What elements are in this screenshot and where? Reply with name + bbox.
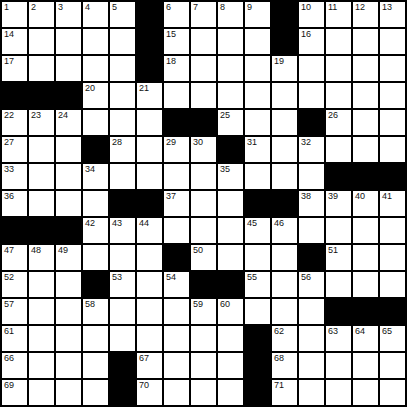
clue-number-44: 44 bbox=[139, 218, 149, 229]
clue-number-40: 40 bbox=[355, 191, 365, 202]
white-cell-r12-c10[interactable]: 62 bbox=[272, 326, 297, 351]
black-cell-r6-c14 bbox=[380, 164, 405, 189]
black-cell-r4-c7 bbox=[191, 110, 216, 135]
black-cell-r10-c7 bbox=[191, 272, 216, 297]
white-cell-r12-c12[interactable]: 63 bbox=[326, 326, 351, 351]
white-cell-r5-c10[interactable] bbox=[272, 137, 297, 162]
black-cell-r4-c11 bbox=[299, 110, 324, 135]
white-cell-r3-c13[interactable] bbox=[353, 83, 378, 108]
white-cell-r14-c2[interactable] bbox=[56, 380, 81, 405]
clue-number-69: 69 bbox=[4, 380, 14, 391]
white-cell-r8-c3[interactable]: 42 bbox=[83, 218, 108, 243]
white-cell-r13-c2[interactable] bbox=[56, 353, 81, 378]
white-cell-r1-c9[interactable] bbox=[245, 29, 270, 54]
clue-number-33: 33 bbox=[4, 164, 14, 175]
white-cell-r3-c8[interactable] bbox=[218, 83, 243, 108]
white-cell-r0-c7[interactable]: 7 bbox=[191, 2, 216, 27]
black-cell-r11-c12 bbox=[326, 299, 351, 324]
white-cell-r9-c2[interactable]: 49 bbox=[56, 245, 81, 270]
white-cell-r2-c2[interactable] bbox=[56, 56, 81, 81]
white-cell-r13-c14[interactable] bbox=[380, 353, 405, 378]
clue-number-7: 7 bbox=[193, 2, 198, 13]
white-cell-r11-c3[interactable]: 58 bbox=[83, 299, 108, 324]
white-cell-r4-c3[interactable] bbox=[83, 110, 108, 135]
clue-number-55: 55 bbox=[247, 272, 257, 283]
white-cell-r11-c7[interactable]: 59 bbox=[191, 299, 216, 324]
black-cell-r13-c9 bbox=[245, 353, 270, 378]
white-cell-r2-c11[interactable] bbox=[299, 56, 324, 81]
clue-number-31: 31 bbox=[247, 137, 257, 148]
clue-number-53: 53 bbox=[112, 272, 122, 283]
black-cell-r11-c14 bbox=[380, 299, 405, 324]
black-cell-r5-c3 bbox=[83, 137, 108, 162]
white-cell-r3-c10[interactable] bbox=[272, 83, 297, 108]
clue-number-27: 27 bbox=[4, 137, 14, 148]
white-cell-r12-c4[interactable] bbox=[110, 326, 135, 351]
white-cell-r12-c7[interactable] bbox=[191, 326, 216, 351]
white-cell-r14-c1[interactable] bbox=[29, 380, 54, 405]
crossword-puzzle: 1234567891011121314151617181920212223242… bbox=[0, 0, 407, 407]
white-cell-r0-c0[interactable]: 1 bbox=[2, 2, 27, 27]
black-cell-r10-c8 bbox=[218, 272, 243, 297]
white-cell-r13-c13[interactable] bbox=[353, 353, 378, 378]
white-cell-r0-c11[interactable]: 10 bbox=[299, 2, 324, 27]
white-cell-r13-c0[interactable]: 66 bbox=[2, 353, 27, 378]
white-cell-r10-c10[interactable] bbox=[272, 272, 297, 297]
clue-number-5: 5 bbox=[112, 2, 117, 13]
clue-number-61: 61 bbox=[4, 326, 14, 337]
white-cell-r1-c7[interactable] bbox=[191, 29, 216, 54]
white-cell-r5-c6[interactable]: 29 bbox=[164, 137, 189, 162]
white-cell-r14-c3[interactable] bbox=[83, 380, 108, 405]
clue-number-29: 29 bbox=[166, 137, 176, 148]
crossword-board: 1234567891011121314151617181920212223242… bbox=[0, 0, 407, 407]
white-cell-r12-c3[interactable] bbox=[83, 326, 108, 351]
clue-number-38: 38 bbox=[301, 191, 311, 202]
clue-number-43: 43 bbox=[112, 218, 122, 229]
white-cell-r14-c13[interactable] bbox=[353, 380, 378, 405]
black-cell-r1-c5 bbox=[137, 29, 162, 54]
white-cell-r11-c5[interactable] bbox=[137, 299, 162, 324]
white-cell-r0-c13[interactable]: 12 bbox=[353, 2, 378, 27]
white-cell-r1-c6[interactable]: 15 bbox=[164, 29, 189, 54]
white-cell-r5-c9[interactable]: 31 bbox=[245, 137, 270, 162]
white-cell-r3-c14[interactable] bbox=[380, 83, 405, 108]
white-cell-r7-c2[interactable] bbox=[56, 191, 81, 216]
white-cell-r8-c10[interactable]: 46 bbox=[272, 218, 297, 243]
white-cell-r1-c3[interactable] bbox=[83, 29, 108, 54]
black-cell-r7-c9 bbox=[245, 191, 270, 216]
white-cell-r10-c9[interactable]: 55 bbox=[245, 272, 270, 297]
white-cell-r0-c1[interactable]: 2 bbox=[29, 2, 54, 27]
white-cell-r3-c9[interactable] bbox=[245, 83, 270, 108]
white-cell-r6-c8[interactable]: 35 bbox=[218, 164, 243, 189]
clue-number-64: 64 bbox=[355, 326, 365, 337]
black-cell-r6-c12 bbox=[326, 164, 351, 189]
black-cell-r14-c9 bbox=[245, 380, 270, 405]
white-cell-r9-c10[interactable] bbox=[272, 245, 297, 270]
white-cell-r4-c4[interactable] bbox=[110, 110, 135, 135]
clue-number-39: 39 bbox=[328, 191, 338, 202]
white-cell-r6-c6[interactable] bbox=[164, 164, 189, 189]
clue-number-42: 42 bbox=[85, 218, 95, 229]
white-cell-r12-c2[interactable] bbox=[56, 326, 81, 351]
white-cell-r14-c8[interactable] bbox=[218, 380, 243, 405]
white-cell-r7-c0[interactable]: 36 bbox=[2, 191, 27, 216]
clue-number-19: 19 bbox=[274, 56, 284, 67]
white-cell-r7-c6[interactable]: 37 bbox=[164, 191, 189, 216]
white-cell-r4-c10[interactable] bbox=[272, 110, 297, 135]
white-cell-r0-c12[interactable]: 11 bbox=[326, 2, 351, 27]
white-cell-r11-c2[interactable] bbox=[56, 299, 81, 324]
white-cell-r2-c14[interactable] bbox=[380, 56, 405, 81]
white-cell-r9-c13[interactable] bbox=[353, 245, 378, 270]
black-cell-r12-c9 bbox=[245, 326, 270, 351]
white-cell-r2-c4[interactable] bbox=[110, 56, 135, 81]
black-cell-r4-c6 bbox=[164, 110, 189, 135]
white-cell-r4-c2[interactable]: 24 bbox=[56, 110, 81, 135]
black-cell-r7-c5 bbox=[137, 191, 162, 216]
clue-number-67: 67 bbox=[139, 353, 149, 364]
white-cell-r2-c7[interactable] bbox=[191, 56, 216, 81]
clue-number-12: 12 bbox=[355, 2, 365, 13]
white-cell-r2-c6[interactable]: 18 bbox=[164, 56, 189, 81]
white-cell-r1-c11[interactable]: 16 bbox=[299, 29, 324, 54]
white-cell-r14-c0[interactable]: 69 bbox=[2, 380, 27, 405]
white-cell-r3-c3[interactable]: 20 bbox=[83, 83, 108, 108]
clue-number-22: 22 bbox=[4, 110, 14, 121]
clue-number-24: 24 bbox=[58, 110, 68, 121]
white-cell-r9-c1[interactable]: 48 bbox=[29, 245, 54, 270]
white-cell-r14-c14[interactable] bbox=[380, 380, 405, 405]
white-cell-r12-c13[interactable]: 64 bbox=[353, 326, 378, 351]
white-cell-r12-c14[interactable]: 65 bbox=[380, 326, 405, 351]
black-cell-r8-c1 bbox=[29, 218, 54, 243]
clue-number-52: 52 bbox=[4, 272, 14, 283]
white-cell-r5-c11[interactable]: 32 bbox=[299, 137, 324, 162]
white-cell-r9-c3[interactable] bbox=[83, 245, 108, 270]
white-cell-r1-c8[interactable] bbox=[218, 29, 243, 54]
white-cell-r7-c1[interactable] bbox=[29, 191, 54, 216]
clue-number-37: 37 bbox=[166, 191, 176, 202]
white-cell-r5-c13[interactable] bbox=[353, 137, 378, 162]
white-cell-r8-c6[interactable] bbox=[164, 218, 189, 243]
white-cell-r13-c8[interactable] bbox=[218, 353, 243, 378]
white-cell-r0-c2[interactable]: 3 bbox=[56, 2, 81, 27]
black-cell-r0-c5 bbox=[137, 2, 162, 27]
clue-number-16: 16 bbox=[301, 29, 311, 40]
white-cell-r1-c13[interactable] bbox=[353, 29, 378, 54]
white-cell-r2-c8[interactable] bbox=[218, 56, 243, 81]
white-cell-r10-c2[interactable] bbox=[56, 272, 81, 297]
white-cell-r10-c0[interactable]: 52 bbox=[2, 272, 27, 297]
white-cell-r8-c14[interactable] bbox=[380, 218, 405, 243]
black-cell-r8-c2 bbox=[56, 218, 81, 243]
white-cell-r5-c0[interactable]: 27 bbox=[2, 137, 27, 162]
white-cell-r9-c7[interactable]: 50 bbox=[191, 245, 216, 270]
white-cell-r7-c11[interactable]: 38 bbox=[299, 191, 324, 216]
white-cell-r8-c11[interactable] bbox=[299, 218, 324, 243]
white-cell-r0-c14[interactable]: 13 bbox=[380, 2, 405, 27]
white-cell-r2-c12[interactable] bbox=[326, 56, 351, 81]
white-cell-r2-c1[interactable] bbox=[29, 56, 54, 81]
clue-number-10: 10 bbox=[301, 2, 311, 13]
white-cell-r1-c0[interactable]: 14 bbox=[2, 29, 27, 54]
white-cell-r12-c6[interactable] bbox=[164, 326, 189, 351]
white-cell-r6-c11[interactable] bbox=[299, 164, 324, 189]
white-cell-r6-c7[interactable] bbox=[191, 164, 216, 189]
clue-number-6: 6 bbox=[166, 2, 171, 13]
clue-number-15: 15 bbox=[166, 29, 176, 40]
white-cell-r8-c4[interactable]: 43 bbox=[110, 218, 135, 243]
black-cell-r0-c10 bbox=[272, 2, 297, 27]
clue-number-45: 45 bbox=[247, 218, 257, 229]
white-cell-r8-c8[interactable] bbox=[218, 218, 243, 243]
clue-number-18: 18 bbox=[166, 56, 176, 67]
white-cell-r13-c12[interactable] bbox=[326, 353, 351, 378]
white-cell-r10-c14[interactable] bbox=[380, 272, 405, 297]
clue-number-28: 28 bbox=[112, 137, 122, 148]
white-cell-r11-c1[interactable] bbox=[29, 299, 54, 324]
white-cell-r10-c12[interactable] bbox=[326, 272, 351, 297]
white-cell-r12-c8[interactable] bbox=[218, 326, 243, 351]
clue-number-25: 25 bbox=[220, 110, 230, 121]
clue-number-17: 17 bbox=[4, 56, 14, 67]
clue-number-3: 3 bbox=[58, 2, 63, 13]
clue-number-50: 50 bbox=[193, 245, 203, 256]
white-cell-r10-c6[interactable]: 54 bbox=[164, 272, 189, 297]
white-cell-r2-c13[interactable] bbox=[353, 56, 378, 81]
white-cell-r5-c7[interactable]: 30 bbox=[191, 137, 216, 162]
white-cell-r14-c11[interactable] bbox=[299, 380, 324, 405]
clue-number-21: 21 bbox=[139, 83, 149, 94]
white-cell-r3-c5[interactable]: 21 bbox=[137, 83, 162, 108]
black-cell-r9-c11 bbox=[299, 245, 324, 270]
clue-number-59: 59 bbox=[193, 299, 203, 310]
clue-number-65: 65 bbox=[382, 326, 392, 337]
black-cell-r5-c8 bbox=[218, 137, 243, 162]
white-cell-r1-c2[interactable] bbox=[56, 29, 81, 54]
white-cell-r2-c9[interactable] bbox=[245, 56, 270, 81]
white-cell-r3-c4[interactable] bbox=[110, 83, 135, 108]
white-cell-r7-c13[interactable]: 40 bbox=[353, 191, 378, 216]
white-cell-r12-c11[interactable] bbox=[299, 326, 324, 351]
clue-number-62: 62 bbox=[274, 326, 284, 337]
white-cell-r9-c0[interactable]: 47 bbox=[2, 245, 27, 270]
white-cell-r9-c5[interactable] bbox=[137, 245, 162, 270]
white-cell-r0-c3[interactable]: 4 bbox=[83, 2, 108, 27]
white-cell-r6-c9[interactable] bbox=[245, 164, 270, 189]
clue-number-20: 20 bbox=[85, 83, 95, 94]
white-cell-r4-c13[interactable] bbox=[353, 110, 378, 135]
white-cell-r10-c11[interactable]: 56 bbox=[299, 272, 324, 297]
clue-number-30: 30 bbox=[193, 137, 203, 148]
white-cell-r10-c4[interactable]: 53 bbox=[110, 272, 135, 297]
clue-number-48: 48 bbox=[31, 245, 41, 256]
white-cell-r5-c4[interactable]: 28 bbox=[110, 137, 135, 162]
clue-number-4: 4 bbox=[85, 2, 90, 13]
white-cell-r9-c14[interactable] bbox=[380, 245, 405, 270]
white-cell-r12-c1[interactable] bbox=[29, 326, 54, 351]
white-cell-r14-c6[interactable] bbox=[164, 380, 189, 405]
clue-number-8: 8 bbox=[220, 2, 225, 13]
clue-number-11: 11 bbox=[328, 2, 337, 13]
clue-number-26: 26 bbox=[328, 110, 338, 121]
black-cell-r7-c4 bbox=[110, 191, 135, 216]
clue-number-57: 57 bbox=[4, 299, 14, 310]
white-cell-r1-c4[interactable] bbox=[110, 29, 135, 54]
white-cell-r8-c13[interactable] bbox=[353, 218, 378, 243]
clue-number-47: 47 bbox=[4, 245, 14, 256]
white-cell-r14-c7[interactable] bbox=[191, 380, 216, 405]
white-cell-r6-c1[interactable] bbox=[29, 164, 54, 189]
white-cell-r8-c5[interactable]: 44 bbox=[137, 218, 162, 243]
white-cell-r4-c14[interactable] bbox=[380, 110, 405, 135]
white-cell-r3-c6[interactable] bbox=[164, 83, 189, 108]
white-cell-r7-c14[interactable]: 41 bbox=[380, 191, 405, 216]
clue-number-34: 34 bbox=[85, 164, 95, 175]
clue-number-41: 41 bbox=[382, 191, 392, 202]
white-cell-r8-c9[interactable]: 45 bbox=[245, 218, 270, 243]
black-cell-r13-c4 bbox=[110, 353, 135, 378]
white-cell-r10-c5[interactable] bbox=[137, 272, 162, 297]
white-cell-r6-c2[interactable] bbox=[56, 164, 81, 189]
white-cell-r4-c5[interactable] bbox=[137, 110, 162, 135]
white-cell-r11-c6[interactable] bbox=[164, 299, 189, 324]
white-cell-r2-c3[interactable] bbox=[83, 56, 108, 81]
white-cell-r14-c10[interactable]: 71 bbox=[272, 380, 297, 405]
white-cell-r13-c5[interactable]: 67 bbox=[137, 353, 162, 378]
clue-number-9: 9 bbox=[247, 2, 252, 13]
clue-number-13: 13 bbox=[382, 2, 392, 13]
black-cell-r7-c10 bbox=[272, 191, 297, 216]
clue-number-51: 51 bbox=[328, 245, 338, 256]
white-cell-r9-c9[interactable] bbox=[245, 245, 270, 270]
white-cell-r10-c1[interactable] bbox=[29, 272, 54, 297]
white-cell-r7-c7[interactable] bbox=[191, 191, 216, 216]
black-cell-r11-c13 bbox=[353, 299, 378, 324]
clue-number-66: 66 bbox=[4, 353, 14, 364]
white-cell-r13-c11[interactable] bbox=[299, 353, 324, 378]
black-cell-r2-c5 bbox=[137, 56, 162, 81]
white-cell-r4-c12[interactable]: 26 bbox=[326, 110, 351, 135]
white-cell-r0-c6[interactable]: 6 bbox=[164, 2, 189, 27]
white-cell-r3-c11[interactable] bbox=[299, 83, 324, 108]
white-cell-r0-c9[interactable]: 9 bbox=[245, 2, 270, 27]
white-cell-r5-c5[interactable] bbox=[137, 137, 162, 162]
clue-number-71: 71 bbox=[274, 380, 284, 391]
white-cell-r9-c12[interactable]: 51 bbox=[326, 245, 351, 270]
black-cell-r14-c4 bbox=[110, 380, 135, 405]
white-cell-r3-c12[interactable] bbox=[326, 83, 351, 108]
white-cell-r11-c4[interactable] bbox=[110, 299, 135, 324]
white-cell-r6-c4[interactable] bbox=[110, 164, 135, 189]
black-cell-r8-c0 bbox=[2, 218, 27, 243]
clue-number-68: 68 bbox=[274, 353, 284, 364]
white-cell-r7-c8[interactable] bbox=[218, 191, 243, 216]
white-cell-r13-c1[interactable] bbox=[29, 353, 54, 378]
white-cell-r11-c8[interactable]: 60 bbox=[218, 299, 243, 324]
white-cell-r4-c1[interactable]: 23 bbox=[29, 110, 54, 135]
white-cell-r8-c7[interactable] bbox=[191, 218, 216, 243]
white-cell-r12-c0[interactable]: 61 bbox=[2, 326, 27, 351]
black-cell-r1-c10 bbox=[272, 29, 297, 54]
white-cell-r13-c3[interactable] bbox=[83, 353, 108, 378]
clue-number-32: 32 bbox=[301, 137, 311, 148]
clue-number-49: 49 bbox=[58, 245, 68, 256]
white-cell-r4-c8[interactable]: 25 bbox=[218, 110, 243, 135]
white-cell-r2-c10[interactable]: 19 bbox=[272, 56, 297, 81]
clue-number-63: 63 bbox=[328, 326, 338, 337]
white-cell-r6-c3[interactable]: 34 bbox=[83, 164, 108, 189]
white-cell-r6-c0[interactable]: 33 bbox=[2, 164, 27, 189]
white-cell-r1-c12[interactable] bbox=[326, 29, 351, 54]
clue-number-70: 70 bbox=[139, 380, 149, 391]
white-cell-r14-c12[interactable] bbox=[326, 380, 351, 405]
black-cell-r3-c2 bbox=[56, 83, 81, 108]
black-cell-r3-c0 bbox=[2, 83, 27, 108]
white-cell-r13-c7[interactable] bbox=[191, 353, 216, 378]
black-cell-r3-c1 bbox=[29, 83, 54, 108]
clue-number-60: 60 bbox=[220, 299, 230, 310]
white-cell-r14-c5[interactable]: 70 bbox=[137, 380, 162, 405]
white-cell-r4-c0[interactable]: 22 bbox=[2, 110, 27, 135]
black-cell-r10-c3 bbox=[83, 272, 108, 297]
white-cell-r4-c9[interactable] bbox=[245, 110, 270, 135]
white-cell-r5-c1[interactable] bbox=[29, 137, 54, 162]
white-cell-r1-c1[interactable] bbox=[29, 29, 54, 54]
white-cell-r9-c8[interactable] bbox=[218, 245, 243, 270]
white-cell-r5-c2[interactable] bbox=[56, 137, 81, 162]
white-cell-r5-c12[interactable] bbox=[326, 137, 351, 162]
white-cell-r5-c14[interactable] bbox=[380, 137, 405, 162]
white-cell-r8-c12[interactable] bbox=[326, 218, 351, 243]
white-cell-r13-c6[interactable] bbox=[164, 353, 189, 378]
white-cell-r11-c9[interactable] bbox=[245, 299, 270, 324]
white-cell-r0-c8[interactable]: 8 bbox=[218, 2, 243, 27]
white-cell-r12-c5[interactable] bbox=[137, 326, 162, 351]
white-cell-r7-c3[interactable] bbox=[83, 191, 108, 216]
clue-number-54: 54 bbox=[166, 272, 176, 283]
white-cell-r7-c12[interactable]: 39 bbox=[326, 191, 351, 216]
white-cell-r11-c11[interactable] bbox=[299, 299, 324, 324]
white-cell-r9-c4[interactable] bbox=[110, 245, 135, 270]
black-cell-r9-c6 bbox=[164, 245, 189, 270]
white-cell-r1-c14[interactable] bbox=[380, 29, 405, 54]
clue-number-35: 35 bbox=[220, 164, 230, 175]
white-cell-r0-c4[interactable]: 5 bbox=[110, 2, 135, 27]
white-cell-r6-c5[interactable] bbox=[137, 164, 162, 189]
clue-number-23: 23 bbox=[31, 110, 41, 121]
clue-number-2: 2 bbox=[31, 2, 36, 13]
white-cell-r10-c13[interactable] bbox=[353, 272, 378, 297]
clue-number-58: 58 bbox=[85, 299, 95, 310]
clue-number-14: 14 bbox=[4, 29, 14, 40]
clue-number-36: 36 bbox=[4, 191, 14, 202]
white-cell-r11-c10[interactable] bbox=[272, 299, 297, 324]
white-cell-r11-c0[interactable]: 57 bbox=[2, 299, 27, 324]
white-cell-r6-c10[interactable] bbox=[272, 164, 297, 189]
white-cell-r13-c10[interactable]: 68 bbox=[272, 353, 297, 378]
clue-number-46: 46 bbox=[274, 218, 284, 229]
clue-number-56: 56 bbox=[301, 272, 311, 283]
white-cell-r2-c0[interactable]: 17 bbox=[2, 56, 27, 81]
clue-number-1: 1 bbox=[4, 2, 9, 13]
white-cell-r3-c7[interactable] bbox=[191, 83, 216, 108]
black-cell-r6-c13 bbox=[353, 164, 378, 189]
